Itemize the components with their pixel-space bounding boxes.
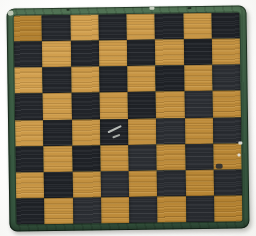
board-square[interactable] <box>157 196 186 223</box>
board-square[interactable] <box>127 14 156 41</box>
board-square[interactable] <box>101 197 130 224</box>
board-square[interactable] <box>15 94 44 121</box>
board-square[interactable] <box>127 66 156 93</box>
board-square[interactable] <box>155 39 184 66</box>
board-square[interactable] <box>184 65 213 92</box>
board-square[interactable] <box>43 119 72 146</box>
dark-speck-top-border <box>66 9 69 11</box>
board-square[interactable] <box>44 198 73 225</box>
board-square[interactable] <box>185 170 214 197</box>
board-square[interactable] <box>127 40 156 67</box>
worn-corner-top-left <box>7 11 13 16</box>
board-square[interactable] <box>157 170 186 197</box>
board-square[interactable] <box>15 120 44 147</box>
board-square[interactable] <box>214 195 243 222</box>
board-square[interactable] <box>213 143 242 170</box>
paint-chip-top-border <box>149 7 154 10</box>
board-square[interactable] <box>99 40 128 67</box>
board-square[interactable] <box>213 169 242 196</box>
board-square[interactable] <box>128 144 157 171</box>
board-square[interactable] <box>212 39 241 66</box>
board-square[interactable] <box>129 196 158 223</box>
board-square[interactable] <box>186 196 215 223</box>
board-square[interactable] <box>183 13 212 40</box>
board-square[interactable] <box>70 14 99 41</box>
board-square[interactable] <box>156 118 185 145</box>
board-square[interactable] <box>183 39 212 66</box>
board-square[interactable] <box>129 170 158 197</box>
board-square[interactable] <box>72 171 101 198</box>
board-square[interactable] <box>44 172 73 199</box>
board-square[interactable] <box>211 12 240 39</box>
board-square[interactable] <box>184 117 213 144</box>
board-square[interactable] <box>99 66 128 93</box>
board-square[interactable] <box>156 92 185 119</box>
board-square[interactable] <box>71 93 100 120</box>
board-square[interactable] <box>42 41 71 68</box>
board-square[interactable] <box>71 67 100 94</box>
board-square[interactable] <box>212 91 241 118</box>
board-square[interactable] <box>212 65 241 92</box>
board-square[interactable] <box>44 145 73 172</box>
board-square[interactable] <box>100 119 129 146</box>
board-square[interactable] <box>128 118 157 145</box>
board-square[interactable] <box>128 92 157 119</box>
board-square[interactable] <box>42 15 71 42</box>
board-square[interactable] <box>43 93 72 120</box>
board-square[interactable] <box>73 197 102 224</box>
checkerboard <box>6 5 249 231</box>
board-square[interactable] <box>15 146 44 173</box>
board-square[interactable] <box>100 171 129 198</box>
dark-speck-top-border <box>187 7 191 9</box>
board-square[interactable] <box>16 198 45 225</box>
board-square[interactable] <box>98 14 127 41</box>
board-square[interactable] <box>43 67 72 94</box>
board-square[interactable] <box>14 41 43 68</box>
board-square[interactable] <box>70 41 99 68</box>
board-square[interactable] <box>14 15 43 42</box>
board-square[interactable] <box>155 13 184 40</box>
board-square[interactable] <box>184 91 213 118</box>
board-square[interactable] <box>100 145 129 172</box>
board-square[interactable] <box>157 144 186 171</box>
board-square[interactable] <box>213 117 242 144</box>
board-square[interactable] <box>16 172 45 199</box>
board-square[interactable] <box>72 119 101 146</box>
photo-background <box>0 0 256 236</box>
board-grid <box>14 12 243 224</box>
board-square[interactable] <box>72 145 101 172</box>
board-square[interactable] <box>156 65 185 92</box>
board-square[interactable] <box>99 92 128 119</box>
board-square[interactable] <box>185 143 214 170</box>
board-square[interactable] <box>14 67 43 94</box>
